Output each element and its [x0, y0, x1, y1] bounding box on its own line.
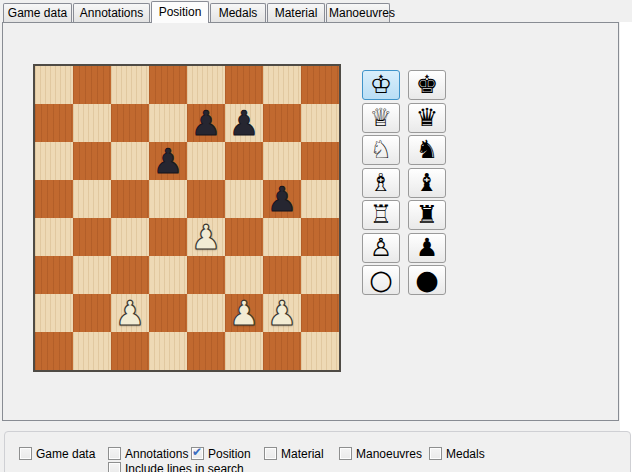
tab-bar: Game data Annotations Position Medals Ma… — [3, 1, 391, 22]
square-c5[interactable] — [111, 180, 149, 218]
black-bishop-button[interactable]: ♝ — [408, 168, 446, 198]
window-right-margin — [620, 22, 632, 472]
black-pawn: ♟ — [153, 142, 183, 180]
square-b6[interactable] — [73, 142, 111, 180]
white-circle-icon: ○ — [369, 266, 393, 294]
black-knight-button[interactable]: ♞ — [408, 135, 446, 165]
square-f1[interactable] — [225, 332, 263, 370]
black-knight-icon: ♞ — [416, 136, 438, 164]
square-f3[interactable] — [225, 256, 263, 294]
square-d8[interactable] — [149, 66, 187, 104]
chess-board-frame: ♟♟♟♟♟♟♟♟ — [33, 64, 341, 372]
white-rook-icon: ♖ — [370, 201, 392, 229]
square-b7[interactable] — [73, 104, 111, 142]
square-b5[interactable] — [73, 180, 111, 218]
square-c8[interactable] — [111, 66, 149, 104]
square-b3[interactable] — [73, 256, 111, 294]
include-lines-label: Include lines in search — [125, 462, 244, 472]
square-b4[interactable] — [73, 218, 111, 256]
footer-medals-label: Medals — [446, 447, 485, 461]
square-f4[interactable] — [225, 218, 263, 256]
square-h1[interactable] — [301, 332, 339, 370]
footer-annotations-checkbox[interactable] — [108, 447, 121, 460]
square-a2[interactable] — [35, 294, 73, 332]
white-king-icon: ♔ — [370, 71, 392, 99]
square-f2[interactable]: ♟ — [225, 294, 263, 332]
square-c6[interactable] — [111, 142, 149, 180]
square-h3[interactable] — [301, 256, 339, 294]
footer-game-data-label: Game data — [36, 447, 95, 461]
black-rook-button[interactable]: ♜ — [408, 200, 446, 230]
white-pawn-button[interactable]: ♙ — [362, 233, 400, 263]
square-g8[interactable] — [263, 66, 301, 104]
tab-annotations[interactable]: Annotations — [73, 3, 150, 22]
white-bishop-button[interactable]: ♗ — [362, 168, 400, 198]
footer-material-label: Material — [281, 447, 324, 461]
square-a7[interactable] — [35, 104, 73, 142]
square-h5[interactable] — [301, 180, 339, 218]
square-e7[interactable]: ♟ — [187, 104, 225, 142]
white-rook-button[interactable]: ♖ — [362, 200, 400, 230]
square-e4[interactable]: ♟ — [187, 218, 225, 256]
black-pawn-icon: ♟ — [416, 234, 438, 262]
square-g5[interactable]: ♟ — [263, 180, 301, 218]
tab-material[interactable]: Material — [267, 3, 325, 22]
square-d4[interactable] — [149, 218, 187, 256]
include-lines-checkbox[interactable] — [108, 462, 121, 472]
square-g3[interactable] — [263, 256, 301, 294]
piece-selector: ♔ ♚ ♕ ♛ ♘ ♞ ♗ ♝ ♖ ♜ ♙ ♟ ○ ● — [362, 70, 446, 295]
square-e1[interactable] — [187, 332, 225, 370]
square-g4[interactable] — [263, 218, 301, 256]
footer-position-checkbox[interactable] — [191, 447, 204, 460]
square-g2[interactable]: ♟ — [263, 294, 301, 332]
white-queen-icon: ♕ — [370, 104, 392, 132]
black-pawn: ♟ — [191, 104, 221, 142]
square-e8[interactable] — [187, 66, 225, 104]
white-pawn: ♟ — [229, 294, 259, 332]
square-g6[interactable] — [263, 142, 301, 180]
square-d5[interactable] — [149, 180, 187, 218]
any-white-piece-button[interactable]: ○ — [362, 265, 400, 295]
white-knight-button[interactable]: ♘ — [362, 135, 400, 165]
square-d3[interactable] — [149, 256, 187, 294]
tab-position[interactable]: Position — [151, 1, 209, 23]
search-criteria-group: Game data Annotations Position Material … — [4, 431, 631, 472]
square-a1[interactable] — [35, 332, 73, 370]
square-a4[interactable] — [35, 218, 73, 256]
square-b1[interactable] — [73, 332, 111, 370]
black-pawn: ♟ — [229, 104, 259, 142]
square-e6[interactable] — [187, 142, 225, 180]
square-c1[interactable] — [111, 332, 149, 370]
square-f6[interactable] — [225, 142, 263, 180]
square-b8[interactable] — [73, 66, 111, 104]
square-c2[interactable]: ♟ — [111, 294, 149, 332]
square-f8[interactable] — [225, 66, 263, 104]
footer-position-label: Position — [208, 447, 251, 461]
black-pawn: ♟ — [267, 180, 297, 218]
square-a5[interactable] — [35, 180, 73, 218]
square-e2[interactable] — [187, 294, 225, 332]
tab-game-data[interactable]: Game data — [3, 3, 72, 22]
white-queen-button[interactable]: ♕ — [362, 103, 400, 133]
square-a3[interactable] — [35, 256, 73, 294]
square-h7[interactable] — [301, 104, 339, 142]
square-c4[interactable] — [111, 218, 149, 256]
any-black-piece-button[interactable]: ● — [408, 265, 446, 295]
footer-manoeuvres-checkbox[interactable] — [339, 447, 352, 460]
square-d7[interactable] — [149, 104, 187, 142]
square-g1[interactable] — [263, 332, 301, 370]
square-e3[interactable] — [187, 256, 225, 294]
black-king-button[interactable]: ♚ — [408, 70, 446, 100]
footer-medals-checkbox[interactable] — [429, 447, 442, 460]
white-king-button[interactable]: ♔ — [362, 70, 400, 100]
black-pawn-button[interactable]: ♟ — [408, 233, 446, 263]
white-pawn: ♟ — [191, 218, 221, 256]
black-queen-button[interactable]: ♛ — [408, 103, 446, 133]
square-h6[interactable] — [301, 142, 339, 180]
white-pawn-icon: ♙ — [370, 234, 392, 262]
white-pawn: ♟ — [267, 294, 297, 332]
white-bishop-icon: ♗ — [370, 169, 392, 197]
square-e5[interactable] — [187, 180, 225, 218]
chess-board[interactable]: ♟♟♟♟♟♟♟♟ — [35, 66, 339, 370]
square-f7[interactable]: ♟ — [225, 104, 263, 142]
square-b2[interactable] — [73, 294, 111, 332]
footer-material-checkbox[interactable] — [264, 447, 277, 460]
black-king-icon: ♚ — [416, 71, 438, 99]
tab-manoeuvres[interactable]: Manoeuvres — [326, 3, 390, 22]
white-pawn: ♟ — [115, 294, 145, 332]
footer-annotations-label: Annotations — [125, 447, 188, 461]
square-a6[interactable] — [35, 142, 73, 180]
square-g7[interactable] — [263, 104, 301, 142]
square-h8[interactable] — [301, 66, 339, 104]
tab-medals[interactable]: Medals — [210, 3, 266, 22]
square-a8[interactable] — [35, 66, 73, 104]
square-d6[interactable]: ♟ — [149, 142, 187, 180]
square-d2[interactable] — [149, 294, 187, 332]
square-d1[interactable] — [149, 332, 187, 370]
square-c7[interactable] — [111, 104, 149, 142]
square-c3[interactable] — [111, 256, 149, 294]
white-knight-icon: ♘ — [370, 136, 392, 164]
black-bishop-icon: ♝ — [416, 169, 438, 197]
black-queen-icon: ♛ — [416, 104, 438, 132]
footer-game-data-checkbox[interactable] — [19, 447, 32, 460]
square-h4[interactable] — [301, 218, 339, 256]
square-f5[interactable] — [225, 180, 263, 218]
square-h2[interactable] — [301, 294, 339, 332]
footer-manoeuvres-label: Manoeuvres — [356, 447, 422, 461]
black-circle-icon: ● — [415, 266, 439, 294]
black-rook-icon: ♜ — [416, 201, 438, 229]
